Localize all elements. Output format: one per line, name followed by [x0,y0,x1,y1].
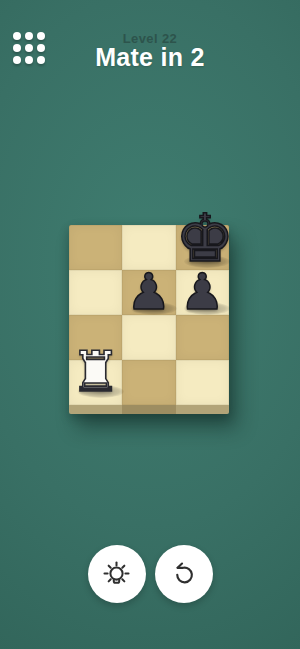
puzzle-objective-title: Mate in 2 [0,44,300,71]
piece-black-pawn-2[interactable]: ♟ [175,267,229,317]
piece-white-rook[interactable]: ♜ [69,344,123,400]
app-screen: Level 22 Mate in 2 ♚♟♟♜ [0,0,300,649]
hint-button[interactable] [88,545,146,603]
board-edge-segment [176,405,229,414]
board-edge-segment [122,405,175,414]
board-square[interactable] [122,315,175,360]
board-square[interactable] [122,360,175,405]
lightbulb-icon [101,559,132,590]
board-square[interactable] [69,270,122,315]
undo-icon [169,559,199,589]
piece-black-pawn-1[interactable]: ♟ [122,267,176,317]
board-square[interactable] [176,360,229,405]
board-edge-segment [69,405,122,414]
board-square[interactable] [176,315,229,360]
undo-button[interactable] [155,545,213,603]
board-square[interactable] [69,225,122,270]
piece-black-king[interactable]: ♚ [175,206,229,272]
bottom-controls [0,545,300,603]
chess-board[interactable]: ♚♟♟♜ [69,225,229,414]
board-bottom-edge [69,405,229,414]
